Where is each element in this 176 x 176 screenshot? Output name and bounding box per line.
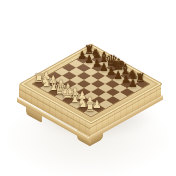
piece-glyph: ♜ bbox=[80, 102, 100, 113]
piece-glyph: ♟ bbox=[123, 78, 143, 88]
product-photo-stage: ♜♞♝♛♚♝♞♜♟♟♟♟♟♟♟♟♟♟♟♟♟♟♟♟♜♞♝♛♚♝♞♜ bbox=[0, 0, 176, 176]
